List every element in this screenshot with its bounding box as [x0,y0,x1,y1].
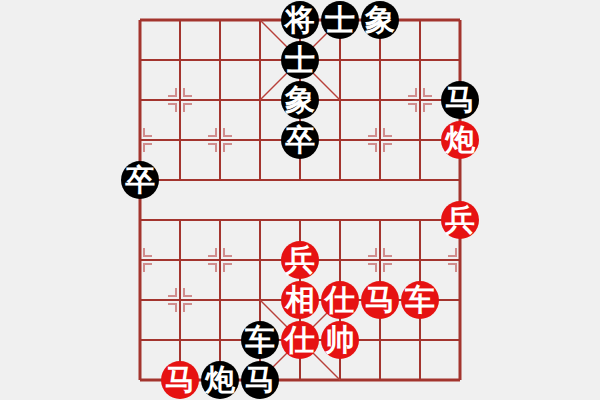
piece-red-advisor[interactable]: 仕 [321,281,359,319]
piece-black-advisor[interactable]: 士 [281,41,319,79]
piece-red-horse[interactable]: 马 [361,281,399,319]
app-background: 将士象士象马卒炮卒兵兵相仕马车车仕帅马炮马 [0,0,600,400]
piece-red-horse[interactable]: 马 [161,361,199,399]
piece-black-advisor[interactable]: 士 [321,1,359,39]
piece-black-horse[interactable]: 马 [441,81,479,119]
piece-red-chariot[interactable]: 车 [401,281,439,319]
piece-black-cannon[interactable]: 炮 [201,361,239,399]
piece-red-elephant[interactable]: 相 [281,281,319,319]
piece-red-soldier[interactable]: 兵 [441,201,479,239]
piece-black-chariot[interactable]: 车 [241,321,279,359]
piece-red-cannon[interactable]: 炮 [441,121,479,159]
piece-black-general[interactable]: 将 [281,1,319,39]
piece-black-elephant[interactable]: 象 [281,81,319,119]
piece-black-soldier[interactable]: 卒 [281,121,319,159]
piece-black-soldier[interactable]: 卒 [121,161,159,199]
piece-red-general[interactable]: 帅 [321,321,359,359]
piece-red-soldier[interactable]: 兵 [281,241,319,279]
piece-red-advisor[interactable]: 仕 [281,321,319,359]
piece-black-horse[interactable]: 马 [241,361,279,399]
board-intersections: 将士象士象马卒炮卒兵兵相仕马车车仕帅马炮马 [120,0,480,400]
piece-black-elephant[interactable]: 象 [361,1,399,39]
